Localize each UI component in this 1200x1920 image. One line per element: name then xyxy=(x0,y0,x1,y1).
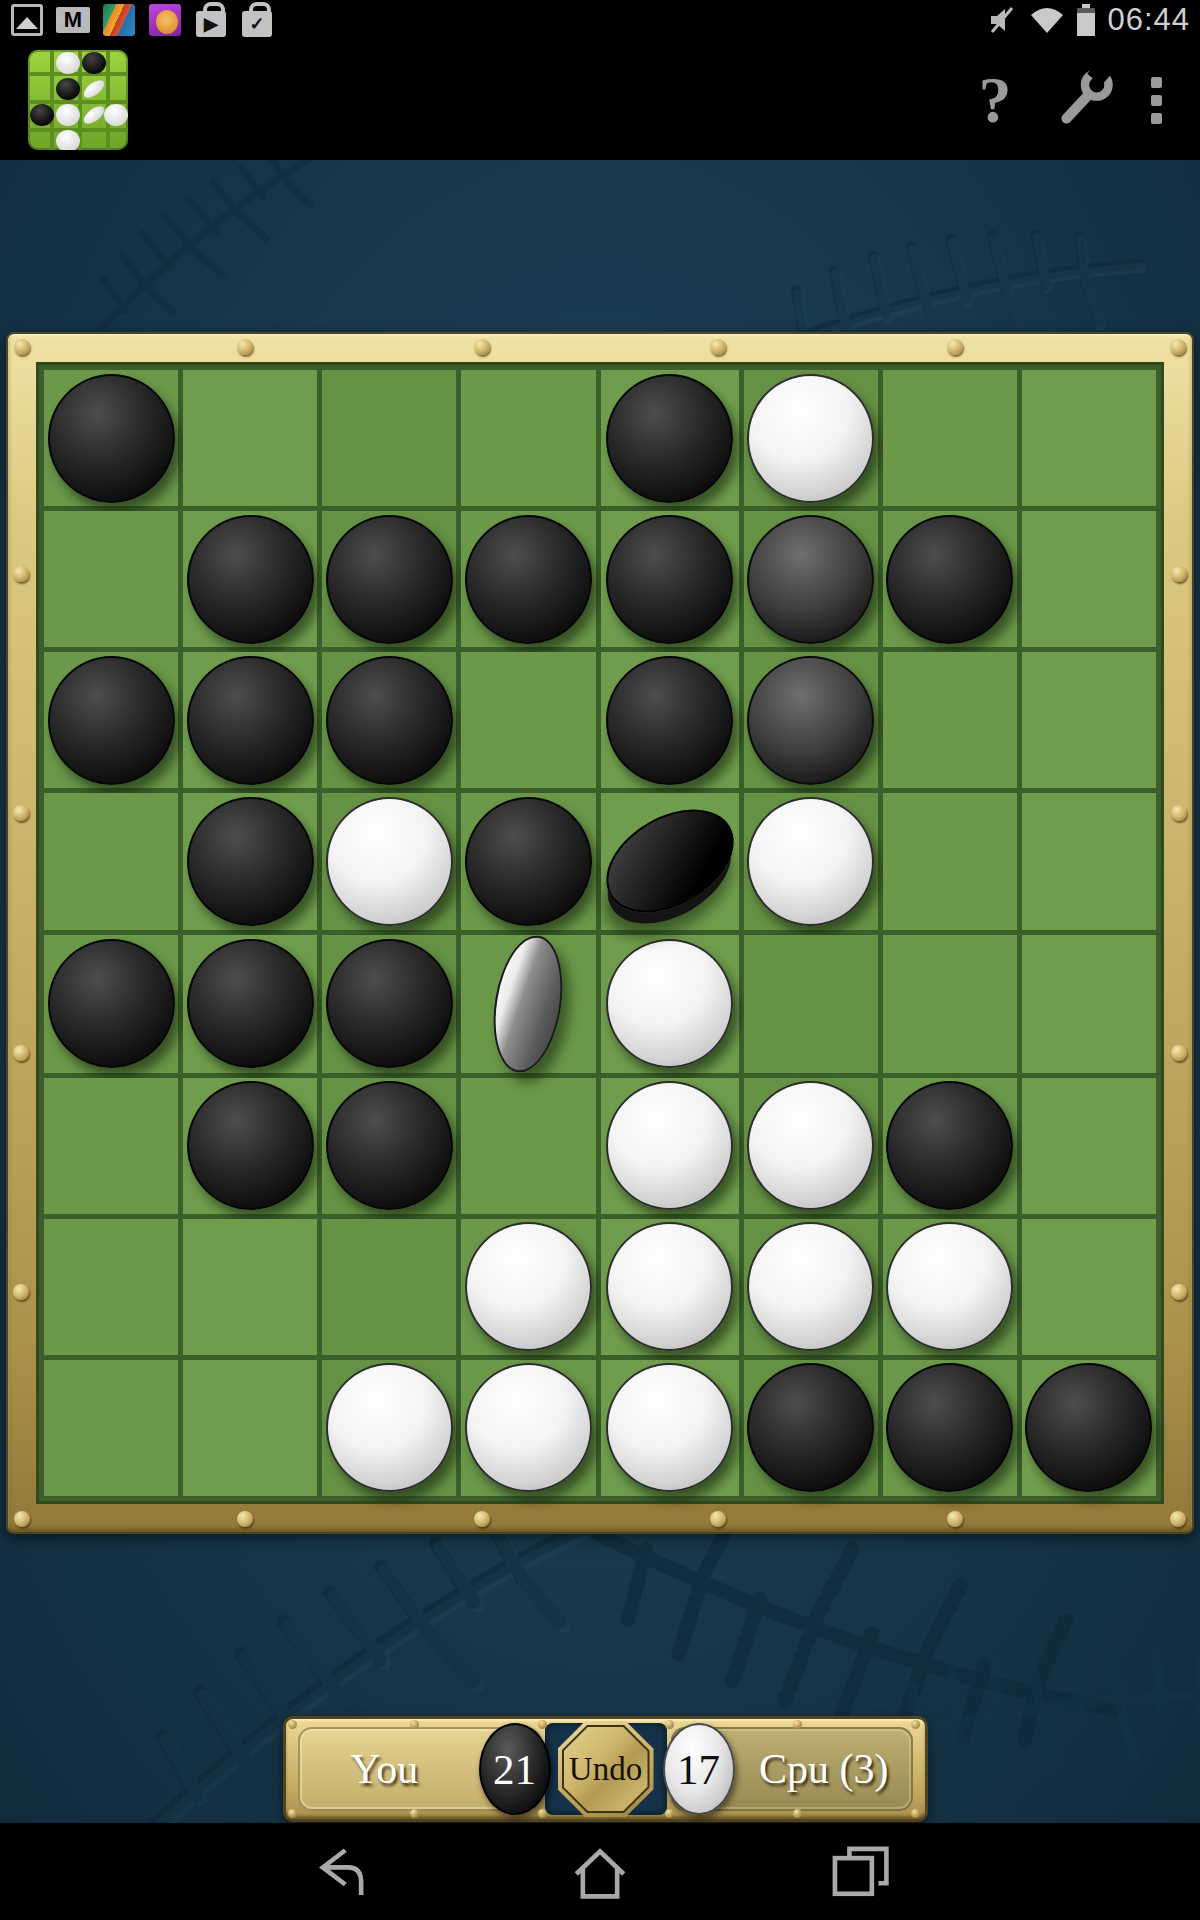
disc-white xyxy=(747,1081,874,1210)
frame-rivet xyxy=(1170,1511,1186,1527)
avg-antivirus-icon xyxy=(102,3,136,37)
frame-rivet xyxy=(1171,805,1187,821)
board-cell-r6c2[interactable] xyxy=(183,1078,317,1214)
board-cell-r5c7[interactable] xyxy=(883,935,1017,1073)
disc-white-flipping xyxy=(485,930,572,1077)
disc-white xyxy=(465,1363,592,1492)
system-status-icons: 06:44 xyxy=(985,2,1190,38)
white-score-disc: 17 xyxy=(663,1723,735,1815)
board-cell-r4c5[interactable] xyxy=(601,793,739,929)
wrench-icon xyxy=(1043,58,1127,142)
board-cell-r2c6[interactable] xyxy=(744,511,878,647)
board-cell-r4c6[interactable] xyxy=(744,793,878,929)
board-cell-r5c6[interactable] xyxy=(744,935,878,1073)
wifi-icon xyxy=(1029,5,1065,35)
board-cell-r8c2[interactable] xyxy=(183,1360,317,1496)
board-cell-r8c3[interactable] xyxy=(322,1360,456,1496)
disc-white xyxy=(886,1222,1013,1351)
app-toolbar: ? xyxy=(0,40,1200,160)
disc-black xyxy=(606,515,733,644)
disc-black-flipping xyxy=(588,789,752,934)
disc-white xyxy=(606,1081,733,1210)
gallery-icon xyxy=(10,3,44,37)
settings-wrench-button[interactable] xyxy=(1040,50,1130,150)
disc-white xyxy=(747,797,874,926)
board-cell-r3c4[interactable] xyxy=(461,652,595,788)
board-cell-r8c4[interactable] xyxy=(461,1360,595,1496)
board-cell-r8c6[interactable] xyxy=(744,1360,878,1496)
disc-white xyxy=(326,797,453,926)
recents-button[interactable] xyxy=(825,1840,895,1904)
frame-rivet xyxy=(474,1511,490,1527)
frame-rivet xyxy=(14,339,30,355)
scorebar-rivet xyxy=(410,1809,419,1818)
board-cell-r8c7[interactable] xyxy=(883,1360,1017,1496)
board-cell-r7c8[interactable] xyxy=(1022,1219,1156,1355)
battery-icon xyxy=(1075,4,1097,36)
disc-black xyxy=(326,515,453,644)
overflow-dots-icon xyxy=(1151,77,1162,124)
mute-icon xyxy=(985,3,1019,37)
you-label: You xyxy=(350,1745,418,1793)
home-icon xyxy=(567,1842,633,1902)
cpu-score-panel: 17 Cpu (3) xyxy=(671,1727,914,1811)
board-cell-r4c3[interactable] xyxy=(322,793,456,929)
board-cell-r1c1[interactable] xyxy=(44,370,178,506)
disc-white xyxy=(465,1222,592,1351)
disc-white xyxy=(606,1363,733,1492)
black-score-disc: 21 xyxy=(479,1723,551,1815)
board-cell-r2c2[interactable] xyxy=(183,511,317,647)
board-cell-r3c7[interactable] xyxy=(883,652,1017,788)
board-cell-r6c4[interactable] xyxy=(461,1078,595,1214)
frame-rivet xyxy=(13,566,29,582)
frame-rivet xyxy=(237,339,253,355)
recents-icon xyxy=(827,1842,893,1902)
board-cell-r7c6[interactable] xyxy=(744,1219,878,1355)
board-cell-r2c7[interactable] xyxy=(883,511,1017,647)
board-cell-r1c3[interactable] xyxy=(322,370,456,506)
board-cell-r2c3[interactable] xyxy=(322,511,456,647)
board-cell-r4c1[interactable] xyxy=(44,793,178,929)
scorebar-rivet xyxy=(911,1809,920,1818)
disc-black xyxy=(326,1081,453,1210)
disc-black xyxy=(747,1363,874,1492)
undo-button[interactable]: Undo xyxy=(564,1727,648,1811)
board-cell-r5c5[interactable] xyxy=(601,935,739,1073)
board-cell-r1c7[interactable] xyxy=(883,370,1017,506)
scorebar-rivet xyxy=(665,1720,674,1729)
disc-black xyxy=(48,939,175,1068)
disc-black xyxy=(326,656,453,785)
board-cell-r5c8[interactable] xyxy=(1022,935,1156,1073)
disc-black xyxy=(747,656,874,785)
board-cell-r6c7[interactable] xyxy=(883,1078,1017,1214)
gmail-icon: M xyxy=(56,3,90,37)
board-cell-r5c3[interactable] xyxy=(322,935,456,1073)
back-icon xyxy=(307,1842,373,1902)
board-cell-r3c8[interactable] xyxy=(1022,652,1156,788)
board-cell-r5c2[interactable] xyxy=(183,935,317,1073)
disc-white xyxy=(747,1222,874,1351)
disc-black xyxy=(48,374,175,503)
board-cell-r5c4[interactable] xyxy=(461,935,595,1073)
disc-black xyxy=(187,656,314,785)
frame-rivet xyxy=(13,1045,29,1061)
help-button[interactable]: ? xyxy=(950,50,1040,150)
disc-white xyxy=(747,374,874,503)
scorebar-rivet xyxy=(538,1809,547,1818)
game-background: You 21 Undo 17 Cpu (3) xyxy=(0,160,1200,1823)
back-button[interactable] xyxy=(305,1840,375,1904)
board-cell-r2c8[interactable] xyxy=(1022,511,1156,647)
disc-black xyxy=(606,374,733,503)
frame-rivet xyxy=(1171,1045,1187,1061)
disc-black xyxy=(187,939,314,1068)
score-bar: You 21 Undo 17 Cpu (3) xyxy=(283,1716,928,1822)
scorebar-rivet xyxy=(288,1720,297,1729)
board-cell-r8c8[interactable] xyxy=(1022,1360,1156,1496)
board-cell-r4c2[interactable] xyxy=(183,793,317,929)
board-cell-r2c4[interactable] xyxy=(461,511,595,647)
frame-rivet xyxy=(710,339,726,355)
android-nav-bar xyxy=(0,1823,1200,1920)
home-button[interactable] xyxy=(565,1840,635,1904)
app-icon xyxy=(28,50,128,150)
black-count: 21 xyxy=(493,1745,536,1794)
board-cell-r7c1[interactable] xyxy=(44,1219,178,1355)
disc-black xyxy=(187,515,314,644)
board-cell-r1c5[interactable] xyxy=(601,370,739,506)
board-cell-r8c5[interactable] xyxy=(601,1360,739,1496)
frame-rivet xyxy=(13,805,29,821)
frame-rivet xyxy=(1171,566,1187,582)
notification-icons: M ▶ ✓ xyxy=(10,0,274,40)
board-cell-r6c6[interactable] xyxy=(744,1078,878,1214)
disc-black xyxy=(326,939,453,1068)
board-cell-r6c3[interactable] xyxy=(322,1078,456,1214)
frame-rivet xyxy=(14,1511,30,1527)
board-cell-r6c8[interactable] xyxy=(1022,1078,1156,1214)
frame-rivet xyxy=(474,339,490,355)
disc-black xyxy=(187,1081,314,1210)
disc-white xyxy=(606,939,733,1068)
board-cell-r1c4[interactable] xyxy=(461,370,595,506)
board-cell-r3c6[interactable] xyxy=(744,652,878,788)
status-bar: M ▶ ✓ 06:44 xyxy=(0,0,1200,40)
board-cell-r6c1[interactable] xyxy=(44,1078,178,1214)
play-store-download-icon: ▶ xyxy=(194,3,228,37)
disc-black xyxy=(747,515,874,644)
board-cell-r7c4[interactable] xyxy=(461,1219,595,1355)
disc-black xyxy=(886,1081,1013,1210)
disc-black xyxy=(886,515,1013,644)
you-score-panel: You 21 xyxy=(298,1727,541,1811)
help-icon: ? xyxy=(979,62,1012,138)
board-cell-r3c3[interactable] xyxy=(322,652,456,788)
board-cell-r2c1[interactable] xyxy=(44,511,178,647)
board-cell-r4c8[interactable] xyxy=(1022,793,1156,929)
disc-white xyxy=(326,1363,453,1492)
board-cell-r2c5[interactable] xyxy=(601,511,739,647)
talking-tom-icon xyxy=(148,3,182,37)
white-count: 17 xyxy=(677,1745,720,1794)
scorebar-rivet xyxy=(538,1720,547,1729)
board-cell-r7c2[interactable] xyxy=(183,1219,317,1355)
board-cell-r7c7[interactable] xyxy=(883,1219,1017,1355)
disc-white xyxy=(606,1222,733,1351)
play-store-done-icon: ✓ xyxy=(240,3,274,37)
disc-black xyxy=(1025,1363,1152,1492)
scorebar-rivet xyxy=(288,1809,297,1818)
game-board xyxy=(6,332,1194,1534)
board-cell-r1c6[interactable] xyxy=(744,370,878,506)
board-cell-r6c5[interactable] xyxy=(601,1078,739,1214)
board-cell-r3c2[interactable] xyxy=(183,652,317,788)
undo-slot: Undo xyxy=(545,1723,667,1815)
overflow-menu-button[interactable] xyxy=(1130,50,1200,150)
disc-black xyxy=(187,797,314,926)
cpu-label: Cpu (3) xyxy=(759,1745,889,1793)
scorebar-rivet xyxy=(410,1720,419,1729)
disc-black xyxy=(465,797,592,926)
disc-black xyxy=(465,515,592,644)
frame-rivet xyxy=(1171,1284,1187,1300)
board-cell-r1c8[interactable] xyxy=(1022,370,1156,506)
board-cell-r3c5[interactable] xyxy=(601,652,739,788)
scorebar-rivet xyxy=(911,1720,920,1729)
board-cell-r7c5[interactable] xyxy=(601,1219,739,1355)
board-cell-r4c4[interactable] xyxy=(461,793,595,929)
board-cell-r7c3[interactable] xyxy=(322,1219,456,1355)
board-cell-r4c7[interactable] xyxy=(883,793,1017,929)
board-cell-r8c1[interactable] xyxy=(44,1360,178,1496)
screen: M ▶ ✓ 06:44 xyxy=(0,0,1200,1920)
clock: 06:44 xyxy=(1107,2,1190,38)
frame-rivet xyxy=(710,1511,726,1527)
frame-rivet xyxy=(947,1511,963,1527)
frame-rivet xyxy=(947,339,963,355)
frame-rivet xyxy=(237,1511,253,1527)
frame-rivet xyxy=(13,1284,29,1300)
board-cell-r5c1[interactable] xyxy=(44,935,178,1073)
board-cell-r3c1[interactable] xyxy=(44,652,178,788)
scorebar-rivet xyxy=(665,1809,674,1818)
board-cell-r1c2[interactable] xyxy=(183,370,317,506)
scorebar-rivet xyxy=(793,1809,802,1818)
board-grid xyxy=(36,362,1164,1504)
disc-black xyxy=(48,656,175,785)
disc-black xyxy=(606,656,733,785)
disc-black xyxy=(886,1363,1013,1492)
undo-button-ring: Undo xyxy=(558,1721,654,1817)
frame-rivet xyxy=(1170,339,1186,355)
